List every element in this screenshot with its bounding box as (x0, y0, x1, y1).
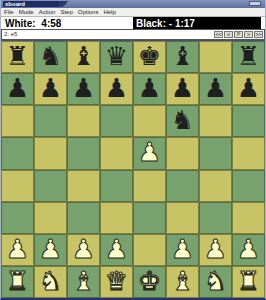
square-c6[interactable] (67, 105, 100, 137)
black-knight: ♞ (171, 107, 194, 133)
menu-action[interactable]: Action (39, 8, 56, 16)
square-c2[interactable]: ♟ (67, 234, 100, 266)
square-e7[interactable]: ♟ (133, 73, 166, 105)
black-pawn: ♟ (39, 75, 62, 101)
square-b4[interactable] (34, 170, 67, 202)
menu-options[interactable]: Options (78, 8, 99, 16)
white-pawn: ♟ (72, 236, 95, 262)
square-h8[interactable]: ♜ (232, 41, 265, 73)
black-pawn: ♟ (237, 75, 260, 101)
chess-board: ♜♞♝♛♚♝♜♟♟♟♟♟♟♟♟♞♟♟♟♟♟♟♟♟♜♞♝♛♚♝♞♜ (1, 40, 265, 298)
square-d5[interactable] (100, 137, 133, 169)
square-a7[interactable]: ♟ (1, 73, 34, 105)
black-pawn: ♟ (105, 75, 128, 101)
square-e6[interactable] (133, 105, 166, 137)
square-b1[interactable]: ♞ (34, 266, 67, 298)
square-h2[interactable]: ♟ (232, 234, 265, 266)
square-e2[interactable] (133, 234, 166, 266)
window-controls-button[interactable] (249, 1, 261, 6)
square-e3[interactable] (133, 202, 166, 234)
white-bishop: ♝ (72, 268, 95, 294)
square-b7[interactable]: ♟ (34, 73, 67, 105)
white-king: ♚ (138, 268, 161, 294)
square-f8[interactable]: ♝ (166, 41, 199, 73)
square-a8[interactable]: ♜ (1, 41, 34, 73)
square-c7[interactable]: ♟ (67, 73, 100, 105)
pause-button[interactable]: P (234, 31, 243, 38)
square-g7[interactable]: ♟ (199, 73, 232, 105)
square-g5[interactable] (199, 137, 232, 169)
square-f5[interactable] (166, 137, 199, 169)
square-e5[interactable]: ♟ (133, 137, 166, 169)
square-h5[interactable] (232, 137, 265, 169)
square-g6[interactable] (199, 105, 232, 137)
square-c5[interactable] (67, 137, 100, 169)
white-queen: ♛ (105, 268, 128, 294)
square-f1[interactable]: ♝ (166, 266, 199, 298)
white-rook: ♜ (237, 268, 260, 294)
black-knight: ♞ (39, 43, 62, 69)
white-pawn: ♟ (204, 236, 227, 262)
black-rook: ♜ (237, 43, 260, 69)
square-b2[interactable]: ♟ (34, 234, 67, 266)
white-clock[interactable]: White: 4:58 (1, 17, 133, 29)
square-e1[interactable]: ♚ (133, 266, 166, 298)
white-pawn: ♟ (39, 236, 62, 262)
square-f2[interactable]: ♟ (166, 234, 199, 266)
white-pawn: ♟ (105, 236, 128, 262)
square-f6[interactable]: ♞ (166, 105, 199, 137)
menu-bar: FileModeActionStepOptionsHelp (1, 8, 265, 17)
rewind-button[interactable]: << (214, 31, 223, 38)
square-f7[interactable]: ♟ (166, 73, 199, 105)
square-b5[interactable] (34, 137, 67, 169)
black-clock[interactable]: Black: - 1:17 (133, 17, 261, 29)
square-g2[interactable]: ♟ (199, 234, 232, 266)
square-a1[interactable]: ♜ (1, 266, 34, 298)
white-pawn: ♟ (6, 236, 29, 262)
square-h6[interactable] (232, 105, 265, 137)
white-pawn: ♟ (237, 236, 260, 262)
message-bar: 2. e5 <<<P>>> (1, 29, 265, 40)
black-pawn: ♟ (72, 75, 95, 101)
black-bishop: ♝ (171, 43, 194, 69)
square-c4[interactable] (67, 170, 100, 202)
nav-button-bar: <<<P>>> (214, 31, 263, 38)
square-a6[interactable] (1, 105, 34, 137)
black-pawn: ♟ (171, 75, 194, 101)
square-g3[interactable] (199, 202, 232, 234)
white-pawn: ♟ (138, 139, 161, 165)
white-pawn: ♟ (171, 236, 194, 262)
square-d7[interactable]: ♟ (100, 73, 133, 105)
square-g1[interactable]: ♞ (199, 266, 232, 298)
square-h7[interactable]: ♟ (232, 73, 265, 105)
title-bar[interactable]: xboard (1, 0, 265, 8)
black-pawn: ♟ (138, 75, 161, 101)
square-a3[interactable] (1, 202, 34, 234)
square-a2[interactable]: ♟ (1, 234, 34, 266)
square-g4[interactable] (199, 170, 232, 202)
square-d1[interactable]: ♛ (100, 266, 133, 298)
forward-button[interactable]: > (244, 31, 253, 38)
square-d3[interactable] (100, 202, 133, 234)
square-c3[interactable] (67, 202, 100, 234)
black-pawn: ♟ (6, 75, 29, 101)
square-a5[interactable] (1, 137, 34, 169)
black-rook: ♜ (6, 43, 29, 69)
white-knight: ♞ (204, 268, 227, 294)
black-pawn: ♟ (204, 75, 227, 101)
white-knight: ♞ (39, 268, 62, 294)
square-b8[interactable]: ♞ (34, 41, 67, 73)
black-king: ♚ (138, 43, 161, 69)
square-f3[interactable] (166, 202, 199, 234)
menu-mode[interactable]: Mode (19, 8, 34, 16)
xboard-window: xboard FileModeActionStepOptionsHelp Whi… (0, 0, 266, 300)
square-e4[interactable] (133, 170, 166, 202)
square-h4[interactable] (232, 170, 265, 202)
menu-help[interactable]: Help (103, 8, 115, 16)
window-title: xboard (3, 1, 59, 7)
white-bishop: ♝ (171, 268, 194, 294)
square-b3[interactable] (34, 202, 67, 234)
black-queen: ♛ (105, 43, 128, 69)
message-text: 2. e5 (4, 30, 214, 39)
square-e8[interactable]: ♚ (133, 41, 166, 73)
square-a4[interactable] (1, 170, 34, 202)
black-bishop: ♝ (72, 43, 95, 69)
square-f4[interactable] (166, 170, 199, 202)
square-d4[interactable] (100, 170, 133, 202)
clock-row: White: 4:58 Black: - 1:17 (1, 17, 265, 29)
square-b6[interactable] (34, 105, 67, 137)
square-h1[interactable]: ♜ (232, 266, 265, 298)
square-d6[interactable] (100, 105, 133, 137)
square-c8[interactable]: ♝ (67, 41, 100, 73)
fast-forward-button[interactable]: >> (254, 31, 263, 38)
square-d2[interactable]: ♟ (100, 234, 133, 266)
square-h3[interactable] (232, 202, 265, 234)
white-rook: ♜ (6, 268, 29, 294)
square-d8[interactable]: ♛ (100, 41, 133, 73)
square-c1[interactable]: ♝ (67, 266, 100, 298)
titlebar-decoration (59, 1, 73, 7)
menu-file[interactable]: File (4, 8, 14, 16)
menu-step[interactable]: Step (60, 8, 72, 16)
back-button[interactable]: < (224, 31, 233, 38)
square-g8[interactable] (199, 41, 232, 73)
